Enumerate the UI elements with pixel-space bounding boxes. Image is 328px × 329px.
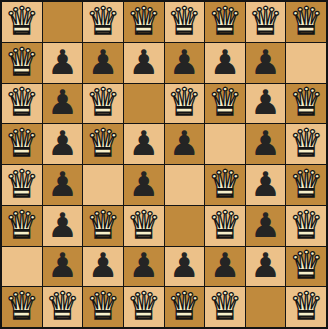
- white-queen-icon: ♛: [167, 2, 201, 40]
- black-pawn-icon: ♟: [169, 126, 199, 160]
- white-queen-icon: ♛: [289, 84, 323, 122]
- square-h6[interactable]: ♛: [286, 84, 326, 124]
- square-g6[interactable]: ♟: [246, 84, 286, 124]
- square-d1[interactable]: ♛: [124, 287, 164, 327]
- black-pawn-icon: ♟: [250, 208, 280, 242]
- black-pawn-icon: ♟: [88, 248, 118, 282]
- square-e6[interactable]: ♛: [165, 84, 205, 124]
- square-b3[interactable]: ♟: [43, 206, 83, 246]
- white-queen-icon: ♛: [5, 287, 39, 325]
- square-g4[interactable]: ♟: [246, 165, 286, 205]
- white-queen-icon: ♛: [289, 2, 323, 40]
- square-g7[interactable]: ♟: [246, 43, 286, 83]
- square-f7[interactable]: ♟: [205, 43, 245, 83]
- white-queen-icon: ♛: [167, 84, 201, 122]
- white-queen-icon: ♛: [289, 206, 323, 244]
- square-e3[interactable]: [165, 206, 205, 246]
- square-f1[interactable]: ♛: [205, 287, 245, 327]
- black-pawn-icon: ♟: [250, 85, 280, 119]
- black-pawn-icon: ♟: [128, 248, 158, 282]
- square-h5[interactable]: ♛: [286, 124, 326, 164]
- square-f2[interactable]: ♟: [205, 247, 245, 287]
- square-d4[interactable]: ♟: [124, 165, 164, 205]
- white-queen-icon: ♛: [86, 84, 120, 122]
- white-queen-icon: ♛: [5, 84, 39, 122]
- square-g1[interactable]: [246, 287, 286, 327]
- white-queen-icon: ♛: [289, 165, 323, 203]
- black-pawn-icon: ♟: [128, 45, 158, 79]
- black-pawn-icon: ♟: [210, 45, 240, 79]
- white-queen-icon: ♛: [167, 287, 201, 325]
- square-f5[interactable]: [205, 124, 245, 164]
- square-e4[interactable]: [165, 165, 205, 205]
- square-d8[interactable]: ♛: [124, 2, 164, 42]
- black-pawn-icon: ♟: [47, 126, 77, 160]
- white-queen-icon: ♛: [86, 2, 120, 40]
- square-b5[interactable]: ♟: [43, 124, 83, 164]
- square-e7[interactable]: ♟: [165, 43, 205, 83]
- chess-board: ♛♛♛♛♛♛♛♛♟♟♟♟♟♟♛♟♛♛♛♟♛♛♟♛♟♟♟♛♛♟♟♛♟♛♛♟♛♛♛♟…: [0, 0, 328, 329]
- square-b1[interactable]: ♛: [43, 287, 83, 327]
- square-e2[interactable]: ♟: [165, 247, 205, 287]
- white-queen-icon: ♛: [289, 247, 323, 285]
- black-pawn-icon: ♟: [169, 45, 199, 79]
- black-pawn-icon: ♟: [128, 167, 158, 201]
- square-g5[interactable]: ♟: [246, 124, 286, 164]
- white-queen-icon: ♛: [86, 206, 120, 244]
- square-c6[interactable]: ♛: [83, 84, 123, 124]
- square-g2[interactable]: ♟: [246, 247, 286, 287]
- square-c5[interactable]: ♛: [83, 124, 123, 164]
- square-h2[interactable]: ♛: [286, 247, 326, 287]
- black-pawn-icon: ♟: [250, 126, 280, 160]
- square-a1[interactable]: ♛: [2, 287, 42, 327]
- square-c3[interactable]: ♛: [83, 206, 123, 246]
- square-g3[interactable]: ♟: [246, 206, 286, 246]
- square-a5[interactable]: ♛: [2, 124, 42, 164]
- black-pawn-icon: ♟: [47, 208, 77, 242]
- square-h7[interactable]: [286, 43, 326, 83]
- square-f3[interactable]: ♛: [205, 206, 245, 246]
- square-c4[interactable]: [83, 165, 123, 205]
- white-queen-icon: ♛: [127, 206, 161, 244]
- black-pawn-icon: ♟: [250, 248, 280, 282]
- black-pawn-icon: ♟: [47, 167, 77, 201]
- square-h3[interactable]: ♛: [286, 206, 326, 246]
- square-e8[interactable]: ♛: [165, 2, 205, 42]
- square-a6[interactable]: ♛: [2, 84, 42, 124]
- black-pawn-icon: ♟: [47, 248, 77, 282]
- square-a7[interactable]: ♛: [2, 43, 42, 83]
- square-c8[interactable]: ♛: [83, 2, 123, 42]
- square-c7[interactable]: ♟: [83, 43, 123, 83]
- black-pawn-icon: ♟: [210, 248, 240, 282]
- square-d7[interactable]: ♟: [124, 43, 164, 83]
- white-queen-icon: ♛: [5, 165, 39, 203]
- square-f4[interactable]: ♛: [205, 165, 245, 205]
- black-pawn-icon: ♟: [169, 248, 199, 282]
- square-b6[interactable]: ♟: [43, 84, 83, 124]
- square-h4[interactable]: ♛: [286, 165, 326, 205]
- white-queen-icon: ♛: [127, 287, 161, 325]
- square-a3[interactable]: ♛: [2, 206, 42, 246]
- square-h1[interactable]: ♛: [286, 287, 326, 327]
- white-queen-icon: ♛: [208, 206, 242, 244]
- square-c1[interactable]: ♛: [83, 287, 123, 327]
- square-g8[interactable]: ♛: [246, 2, 286, 42]
- black-pawn-icon: ♟: [47, 45, 77, 79]
- white-queen-icon: ♛: [208, 2, 242, 40]
- black-pawn-icon: ♟: [128, 126, 158, 160]
- white-queen-icon: ♛: [5, 43, 39, 81]
- square-d3[interactable]: ♛: [124, 206, 164, 246]
- square-c2[interactable]: ♟: [83, 247, 123, 287]
- black-pawn-icon: ♟: [250, 45, 280, 79]
- square-e5[interactable]: ♟: [165, 124, 205, 164]
- white-queen-icon: ♛: [86, 124, 120, 162]
- white-queen-icon: ♛: [208, 84, 242, 122]
- black-pawn-icon: ♟: [88, 45, 118, 79]
- square-d6[interactable]: [124, 84, 164, 124]
- white-queen-icon: ♛: [208, 165, 242, 203]
- square-h8[interactable]: ♛: [286, 2, 326, 42]
- square-d2[interactable]: ♟: [124, 247, 164, 287]
- square-b2[interactable]: ♟: [43, 247, 83, 287]
- square-a4[interactable]: ♛: [2, 165, 42, 205]
- white-queen-icon: ♛: [289, 287, 323, 325]
- white-queen-icon: ♛: [5, 124, 39, 162]
- black-pawn-icon: ♟: [250, 167, 280, 201]
- black-pawn-icon: ♟: [47, 85, 77, 119]
- white-queen-icon: ♛: [249, 2, 283, 40]
- square-b4[interactable]: ♟: [43, 165, 83, 205]
- square-b8[interactable]: [43, 2, 83, 42]
- square-f6[interactable]: ♛: [205, 84, 245, 124]
- white-queen-icon: ♛: [45, 287, 79, 325]
- white-queen-icon: ♛: [208, 287, 242, 325]
- square-b7[interactable]: ♟: [43, 43, 83, 83]
- white-queen-icon: ♛: [289, 124, 323, 162]
- white-queen-icon: ♛: [5, 2, 39, 40]
- square-a8[interactable]: ♛: [2, 2, 42, 42]
- white-queen-icon: ♛: [86, 287, 120, 325]
- square-e1[interactable]: ♛: [165, 287, 205, 327]
- square-f8[interactable]: ♛: [205, 2, 245, 42]
- square-d5[interactable]: ♟: [124, 124, 164, 164]
- white-queen-icon: ♛: [127, 2, 161, 40]
- square-a2[interactable]: [2, 247, 42, 287]
- white-queen-icon: ♛: [5, 206, 39, 244]
